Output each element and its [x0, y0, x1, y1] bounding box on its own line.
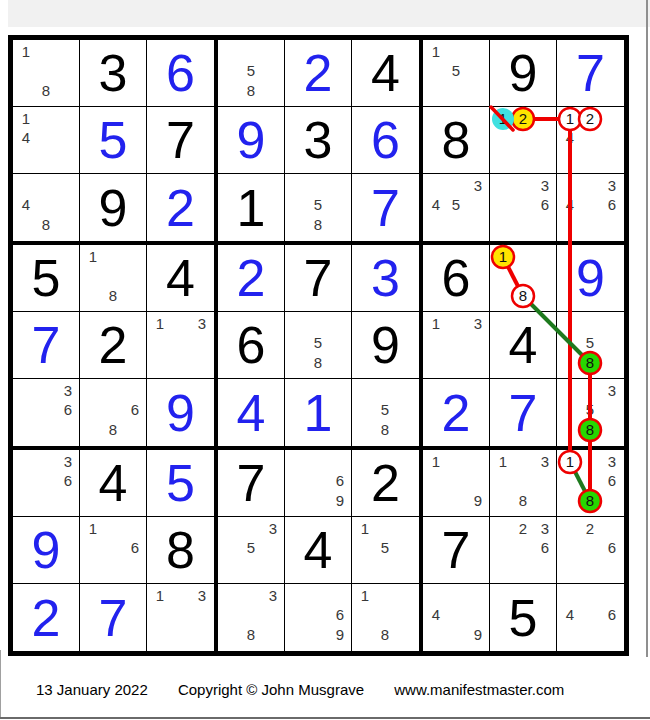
cell-r1c7: 15	[423, 40, 490, 107]
candidate-1: 1	[16, 109, 36, 129]
cell-r2c2: 5	[80, 107, 147, 174]
given-digit: 4	[147, 245, 214, 311]
candidate-2: 2	[513, 519, 533, 539]
cell-r2c8: 12	[490, 107, 557, 174]
cell-r6c3: 9	[147, 379, 214, 446]
box-6: 61891345827358	[421, 243, 626, 448]
candidate-8: 8	[103, 420, 123, 440]
solved-digit: 9	[13, 517, 79, 583]
candidate-3: 3	[263, 586, 283, 606]
candidate-6: 6	[330, 605, 350, 625]
candidate-6: 6	[125, 538, 145, 558]
cell-r5c3: 13	[147, 312, 214, 379]
candidate-9: 9	[468, 625, 488, 645]
cell-r8c9: 26	[557, 517, 624, 584]
candidate-1: 1	[493, 452, 513, 472]
cell-r2c9: 124	[557, 107, 624, 174]
candidate-1: 1	[493, 247, 513, 267]
candidate-4: 4	[426, 605, 446, 625]
candidate-8: 8	[241, 625, 261, 645]
candidate-1: 1	[560, 109, 580, 129]
cell-r2c4: 9	[218, 107, 285, 174]
given-digit: 5	[490, 584, 556, 651]
given-digit: 7	[147, 107, 214, 173]
given-digit: 9	[490, 40, 556, 106]
candidate-8: 8	[36, 215, 56, 235]
cell-r7c5: 69	[285, 450, 352, 517]
candidate-9: 9	[330, 625, 350, 645]
candidate-3: 3	[602, 452, 622, 472]
candidate-5: 5	[241, 61, 261, 81]
cell-r3c7: 345	[423, 174, 490, 241]
candidate-6: 6	[535, 538, 555, 558]
given-digit: 9	[352, 312, 419, 378]
cell-r1c6: 4	[352, 40, 419, 107]
solved-digit: 3	[352, 245, 419, 311]
cell-r3c2: 9	[80, 174, 147, 241]
candidate-1: 1	[426, 452, 446, 472]
candidate-1: 1	[355, 519, 375, 539]
given-digit: 4	[285, 517, 351, 583]
cell-r6c2: 68	[80, 379, 147, 446]
box-5: 27365894158	[216, 243, 421, 448]
cell-r5c9: 58	[557, 312, 624, 379]
candidate-9: 9	[330, 491, 350, 511]
cell-r4c4: 2	[218, 245, 285, 312]
cell-r4c8: 18	[490, 245, 557, 312]
cell-r5c8: 4	[490, 312, 557, 379]
cell-r7c6: 2	[352, 450, 419, 517]
candidate-4: 4	[16, 128, 36, 148]
cell-r5c5: 58	[285, 312, 352, 379]
cell-r1c8: 9	[490, 40, 557, 107]
cell-r5c4: 6	[218, 312, 285, 379]
box-2: 58249361587	[216, 38, 421, 243]
candidate-6: 6	[535, 195, 555, 215]
given-digit: 4	[352, 40, 419, 106]
given-digit: 5	[13, 245, 79, 311]
cell-r7c4: 7	[218, 450, 285, 517]
candidate-5: 5	[241, 538, 261, 558]
candidate-6: 6	[602, 471, 622, 491]
candidate-4: 4	[426, 195, 446, 215]
cell-r8c2: 16	[80, 517, 147, 584]
solved-digit: 7	[13, 312, 79, 378]
candidate-8: 8	[241, 81, 261, 101]
given-digit: 8	[423, 107, 489, 173]
given-digit: 7	[423, 517, 489, 583]
cell-r3c5: 58	[285, 174, 352, 241]
cell-r1c5: 2	[285, 40, 352, 107]
box-8: 769235415386918	[216, 448, 421, 653]
cell-r9c6: 18	[352, 584, 419, 651]
given-digit: 8	[147, 517, 214, 583]
cell-r6c4: 4	[218, 379, 285, 446]
candidate-5: 5	[375, 400, 395, 420]
cell-r6c5: 1	[285, 379, 352, 446]
cell-r6c6: 58	[352, 379, 419, 446]
candidate-3: 3	[602, 176, 622, 196]
cell-r2c7: 8	[423, 107, 490, 174]
cell-r8c4: 35	[218, 517, 285, 584]
candidate-1: 1	[150, 586, 170, 606]
candidate-2: 2	[580, 519, 600, 539]
candidate-8: 8	[513, 491, 533, 511]
cell-r3c8: 36	[490, 174, 557, 241]
candidate-8: 8	[375, 625, 395, 645]
candidate-1: 1	[426, 314, 446, 334]
cell-r9c4: 38	[218, 584, 285, 651]
given-digit: 2	[352, 450, 419, 516]
cell-r5c1: 7	[13, 312, 80, 379]
cell-r7c9: 1368	[557, 450, 624, 517]
candidate-5: 5	[375, 538, 395, 558]
cell-r4c9: 9	[557, 245, 624, 312]
candidate-9: 9	[468, 491, 488, 511]
candidate-2: 2	[580, 109, 600, 129]
candidate-1: 1	[560, 452, 580, 472]
cell-r6c1: 36	[13, 379, 80, 446]
solved-digit: 2	[423, 379, 489, 446]
candidate-3: 3	[468, 314, 488, 334]
cell-r1c9: 7	[557, 40, 624, 107]
solved-digit: 7	[80, 584, 146, 651]
cell-r3c3: 2	[147, 174, 214, 241]
cell-r3c9: 346	[557, 174, 624, 241]
cell-r1c3: 6	[147, 40, 214, 107]
cell-r9c3: 13	[147, 584, 214, 651]
candidate-5: 5	[446, 195, 466, 215]
given-digit: 3	[285, 107, 351, 173]
cell-r7c8: 138	[490, 450, 557, 517]
box-9: 19138136872362649546	[421, 448, 626, 653]
solved-digit: 1	[285, 379, 351, 446]
candidate-8: 8	[36, 81, 56, 101]
cell-r8c6: 15	[352, 517, 419, 584]
cell-r3c6: 7	[352, 174, 419, 241]
candidate-4: 4	[560, 195, 580, 215]
candidate-3: 3	[263, 519, 283, 539]
candidate-6: 6	[602, 195, 622, 215]
cell-r4c2: 18	[80, 245, 147, 312]
given-digit: 1	[218, 174, 284, 241]
cell-r7c3: 5	[147, 450, 214, 517]
cell-r9c8: 5	[490, 584, 557, 651]
candidate-1: 1	[83, 519, 103, 539]
cell-r1c2: 3	[80, 40, 147, 107]
footer: 13 January 2022 Copyright © John Musgrav…	[36, 681, 590, 698]
candidate-8: 8	[308, 215, 328, 235]
cell-r2c5: 3	[285, 107, 352, 174]
given-digit: 9	[80, 174, 146, 241]
candidate-8: 8	[580, 420, 600, 440]
solved-digit: 9	[557, 245, 624, 311]
candidate-2: 2	[513, 109, 533, 129]
candidate-4: 4	[16, 195, 36, 215]
candidate-1: 1	[355, 586, 375, 606]
cell-r3c1: 48	[13, 174, 80, 241]
candidate-4: 4	[560, 605, 580, 625]
solved-digit: 7	[352, 174, 419, 241]
solved-digit: 4	[218, 379, 284, 446]
candidate-5: 5	[446, 61, 466, 81]
given-digit: 4	[80, 450, 146, 516]
solved-digit: 2	[147, 174, 214, 241]
candidate-5: 5	[580, 400, 600, 420]
given-digit: 7	[218, 450, 284, 516]
candidate-3: 3	[58, 381, 78, 401]
cell-r8c5: 4	[285, 517, 352, 584]
candidate-6: 6	[58, 471, 78, 491]
candidate-5: 5	[580, 333, 600, 353]
page-top-band	[8, 0, 650, 27]
cell-r4c5: 7	[285, 245, 352, 312]
candidate-6: 6	[58, 400, 78, 420]
cell-r7c7: 19	[423, 450, 490, 517]
cell-r9c5: 69	[285, 584, 352, 651]
candidate-8: 8	[580, 491, 600, 511]
page-left-edge	[0, 650, 1, 717]
footer-copyright: Copyright © John Musgrave	[178, 681, 364, 698]
cell-r5c6: 9	[352, 312, 419, 379]
cell-r2c6: 6	[352, 107, 419, 174]
page-bottom-edge	[0, 717, 650, 719]
candidate-1: 1	[150, 314, 170, 334]
cell-r8c7: 7	[423, 517, 490, 584]
cell-r9c1: 2	[13, 584, 80, 651]
given-digit: 4	[490, 312, 556, 378]
solved-digit: 7	[557, 40, 624, 106]
box-1: 183614574892	[11, 38, 216, 243]
cell-r6c8: 7	[490, 379, 557, 446]
candidate-8: 8	[375, 420, 395, 440]
cell-r8c8: 236	[490, 517, 557, 584]
cell-r1c4: 58	[218, 40, 285, 107]
candidate-8: 8	[513, 286, 533, 306]
given-digit: 6	[423, 245, 489, 311]
page: { "game": "sudoku", "board": { "rows": 9…	[0, 0, 650, 720]
candidate-3: 3	[468, 176, 488, 196]
candidate-5: 5	[308, 333, 328, 353]
given-digit: 2	[80, 312, 146, 378]
candidate-5: 5	[308, 195, 328, 215]
solved-digit: 9	[147, 379, 214, 446]
cell-r4c7: 6	[423, 245, 490, 312]
box-3: 159781212434536346	[421, 38, 626, 243]
candidate-1: 1	[426, 42, 446, 62]
solved-digit: 2	[13, 584, 79, 651]
candidate-3: 3	[602, 381, 622, 401]
cell-r6c9: 358	[557, 379, 624, 446]
cell-r9c2: 7	[80, 584, 147, 651]
cell-r5c2: 2	[80, 312, 147, 379]
candidate-4: 4	[560, 128, 580, 148]
cell-r4c3: 4	[147, 245, 214, 312]
cell-r8c1: 9	[13, 517, 80, 584]
cell-r5c7: 13	[423, 312, 490, 379]
candidate-3: 3	[58, 452, 78, 472]
solved-digit: 9	[218, 107, 284, 173]
cell-r4c1: 5	[13, 245, 80, 312]
candidate-8: 8	[580, 353, 600, 373]
candidate-6: 6	[125, 400, 145, 420]
cell-r4c6: 3	[352, 245, 419, 312]
solved-digit: 2	[218, 245, 284, 311]
solved-digit: 5	[80, 107, 146, 173]
cell-r7c1: 36	[13, 450, 80, 517]
candidate-3: 3	[192, 586, 212, 606]
candidate-6: 6	[602, 605, 622, 625]
given-digit: 7	[285, 245, 351, 311]
candidate-3: 3	[535, 452, 555, 472]
candidate-8: 8	[103, 286, 123, 306]
candidate-1: 1	[83, 247, 103, 267]
candidate-3: 3	[192, 314, 212, 334]
box-4: 5184721336689	[11, 243, 216, 448]
cell-r8c3: 8	[147, 517, 214, 584]
candidate-1: 1	[16, 42, 36, 62]
candidate-1: 1	[493, 109, 513, 129]
cell-r2c3: 7	[147, 107, 214, 174]
footer-date: 13 January 2022	[36, 681, 148, 698]
solved-digit: 7	[490, 379, 556, 446]
cell-r2c1: 14	[13, 107, 80, 174]
solved-digit: 2	[285, 40, 351, 106]
sudoku-board: 1836145748925824936158715978121243453634…	[8, 35, 629, 656]
given-digit: 6	[218, 312, 284, 378]
box-7: 364591682713	[11, 448, 216, 653]
solved-digit: 6	[147, 40, 214, 106]
candidate-3: 3	[535, 176, 555, 196]
cell-r1c1: 18	[13, 40, 80, 107]
cell-r9c7: 49	[423, 584, 490, 651]
candidate-8: 8	[308, 353, 328, 373]
footer-website: www.manifestmaster.com	[394, 681, 564, 698]
cell-r7c2: 4	[80, 450, 147, 517]
page-right-edge	[646, 0, 648, 657]
candidate-6: 6	[330, 471, 350, 491]
candidate-6: 6	[602, 538, 622, 558]
cell-r9c9: 46	[557, 584, 624, 651]
cell-r3c4: 1	[218, 174, 285, 241]
given-digit: 3	[80, 40, 146, 106]
solved-digit: 5	[147, 450, 214, 516]
candidate-3: 3	[535, 519, 555, 539]
cell-r6c7: 2	[423, 379, 490, 446]
solved-digit: 6	[352, 107, 419, 173]
